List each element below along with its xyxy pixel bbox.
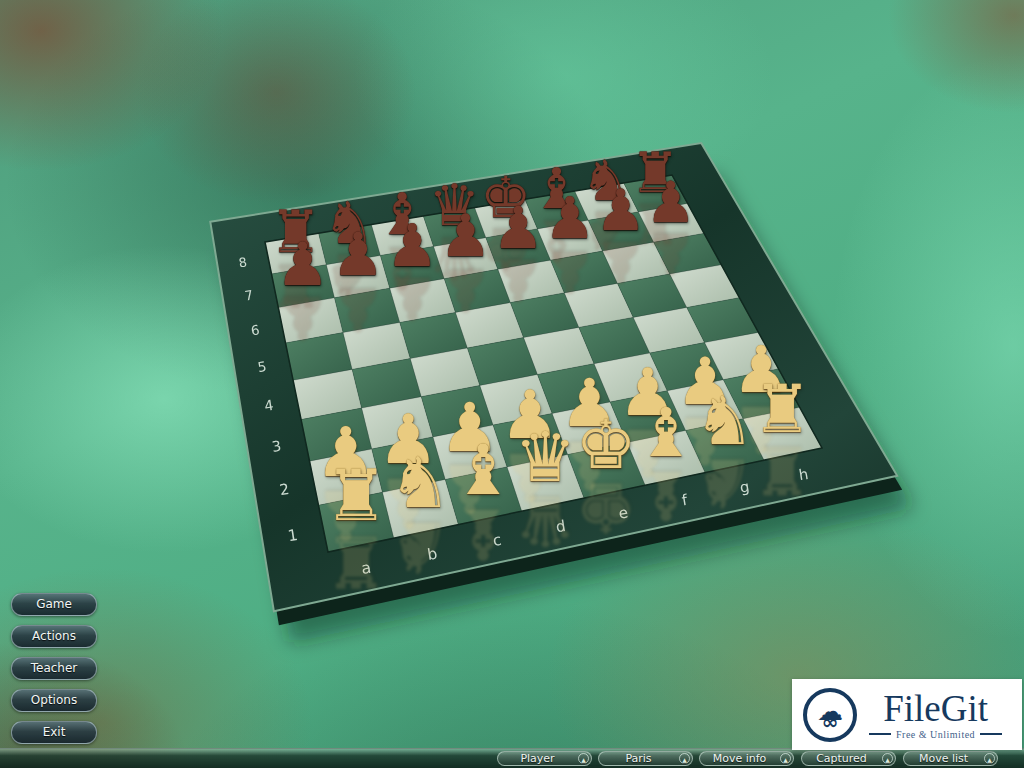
panel-button-label: Paris bbox=[625, 752, 651, 765]
cloud-infinity-icon: ☁ ∞ bbox=[803, 688, 857, 742]
watermark-title: FileGit bbox=[883, 690, 988, 727]
chevron-up-icon[interactable]: ▲ bbox=[780, 753, 791, 764]
black-pawn-icon[interactable]: ♟ bbox=[544, 190, 596, 248]
chevron-up-icon[interactable]: ▲ bbox=[984, 753, 995, 764]
menu-button-options[interactable]: Options bbox=[11, 689, 97, 712]
chevron-up-icon[interactable]: ▲ bbox=[578, 753, 589, 764]
menu-button-exit[interactable]: Exit bbox=[11, 721, 97, 744]
panel-button-player[interactable]: Player ▲ bbox=[497, 751, 592, 766]
panel-button-label: Player bbox=[520, 752, 554, 765]
bottom-bar: Player ▲ Paris ▲ Move info ▲ Captured ▲ … bbox=[0, 748, 1024, 768]
chess-app-window: 87654321abcdefgh ♜♜♞♞♝♝♛♛♚♚♝♝♞♞♜♜♟♟♟♟♟♟♟… bbox=[0, 0, 1024, 768]
white-king-icon[interactable]: ♚ bbox=[575, 411, 636, 479]
panel-button-move-info[interactable]: Move info ▲ bbox=[699, 751, 794, 766]
black-pawn-icon[interactable]: ♟ bbox=[331, 225, 384, 285]
white-bishop-icon[interactable]: ♝ bbox=[452, 436, 514, 505]
white-bishop-icon[interactable]: ♝ bbox=[636, 399, 697, 467]
black-pawn-icon[interactable]: ♟ bbox=[439, 207, 492, 266]
panel-button-paris[interactable]: Paris ▲ bbox=[598, 751, 693, 766]
black-pawn-icon[interactable]: ♟ bbox=[646, 174, 697, 231]
panel-button-label: Captured bbox=[816, 752, 867, 765]
black-pawn-icon[interactable]: ♟ bbox=[276, 234, 330, 294]
black-pawn-icon[interactable]: ♟ bbox=[386, 216, 439, 275]
black-pawn-icon[interactable]: ♟ bbox=[492, 199, 544, 257]
white-queen-icon[interactable]: ♛ bbox=[514, 423, 576, 492]
chevron-up-icon[interactable]: ▲ bbox=[679, 753, 690, 764]
watermark-subtitle: Free & Unlimited bbox=[896, 729, 975, 740]
main-menu: Game Actions Teacher Options Exit bbox=[11, 593, 97, 753]
white-rook-icon[interactable]: ♜ bbox=[752, 376, 811, 442]
decorative-line bbox=[980, 733, 1002, 735]
white-knight-icon[interactable]: ♞ bbox=[389, 448, 452, 518]
panel-button-label: Move list bbox=[919, 752, 968, 765]
menu-button-teacher[interactable]: Teacher bbox=[11, 657, 97, 680]
decorative-line bbox=[869, 733, 891, 735]
white-rook-icon[interactable]: ♜ bbox=[324, 461, 387, 532]
infinity-icon: ∞ bbox=[822, 717, 839, 727]
menu-button-game[interactable]: Game bbox=[11, 593, 97, 616]
panel-button-move-list[interactable]: Move list ▲ bbox=[903, 751, 998, 766]
menu-button-actions[interactable]: Actions bbox=[11, 625, 97, 648]
white-knight-icon[interactable]: ♞ bbox=[695, 388, 755, 455]
panel-button-label: Move info bbox=[713, 752, 767, 765]
black-pawn-icon[interactable]: ♟ bbox=[595, 182, 646, 239]
panel-button-captured[interactable]: Captured ▲ bbox=[801, 751, 896, 766]
chevron-up-icon[interactable]: ▲ bbox=[882, 753, 893, 764]
filegit-watermark: ☁ ∞ FileGit Free & Unlimited bbox=[792, 679, 1022, 750]
